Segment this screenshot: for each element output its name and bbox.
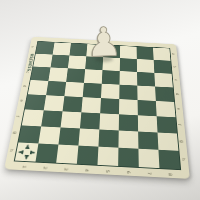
- coordinate-label: d: [22, 85, 27, 87]
- logo-pawn-icon: ♟: [17, 148, 26, 155]
- square[interactable]: [119, 114, 138, 131]
- square[interactable]: [158, 150, 180, 169]
- coordinate-label: e: [176, 108, 181, 110]
- coordinate-label: g: [12, 131, 17, 134]
- square[interactable]: [84, 69, 102, 84]
- square[interactable]: [138, 100, 157, 116]
- coordinate-label: 6: [125, 170, 130, 173]
- square[interactable]: [137, 72, 155, 87]
- square[interactable]: [158, 133, 179, 151]
- coordinate-label: 8: [167, 173, 172, 176]
- square[interactable]: [66, 68, 85, 82]
- square[interactable]: [77, 146, 99, 165]
- square[interactable]: [56, 145, 78, 164]
- square[interactable]: [97, 147, 118, 166]
- square[interactable]: [81, 97, 101, 113]
- square[interactable]: [48, 67, 67, 81]
- coordinate-label: 4: [84, 168, 89, 171]
- coordinate-label: a: [30, 46, 34, 48]
- square[interactable]: [138, 149, 159, 168]
- square[interactable]: [138, 132, 158, 150]
- coordinate-label: f: [177, 124, 182, 125]
- logo-pawn-icon: ♟: [28, 149, 37, 156]
- square[interactable]: [102, 70, 120, 85]
- square[interactable]: [78, 128, 99, 146]
- square[interactable]: [64, 82, 84, 97]
- coordinate-label: b: [172, 66, 176, 68]
- square[interactable]: [46, 81, 66, 96]
- square[interactable]: [101, 84, 120, 99]
- square[interactable]: [137, 86, 156, 101]
- square[interactable]: [138, 115, 158, 132]
- square[interactable]: [58, 127, 80, 145]
- square[interactable]: [68, 55, 86, 69]
- square[interactable]: [53, 42, 71, 55]
- square[interactable]: [137, 59, 155, 73]
- square[interactable]: [154, 73, 173, 88]
- square[interactable]: [44, 95, 65, 111]
- coordinate-label: 7: [146, 172, 151, 175]
- square[interactable]: [118, 148, 139, 167]
- coordinate-label: d: [175, 93, 179, 95]
- coordinate-label: 2: [42, 166, 47, 169]
- coordinate-label: a: [171, 53, 175, 55]
- coordinate-label: c: [173, 79, 177, 81]
- square[interactable]: [119, 99, 138, 115]
- square[interactable]: [25, 94, 46, 110]
- square[interactable]: [153, 48, 170, 61]
- square[interactable]: [83, 83, 102, 98]
- square[interactable]: [38, 126, 60, 144]
- square[interactable]: [31, 66, 51, 80]
- coordinate-label: h: [8, 149, 13, 152]
- square[interactable]: [157, 116, 177, 133]
- coordinate-label: 3: [63, 167, 68, 170]
- square[interactable]: [118, 130, 138, 148]
- photo-scene: USCHESS ♟ ♟ ♟ ♟ 12345678abcdefghabcdefgh…: [0, 0, 200, 200]
- square[interactable]: [51, 55, 70, 69]
- square[interactable]: [80, 112, 100, 129]
- square[interactable]: [61, 111, 82, 128]
- coordinate-label: c: [25, 71, 29, 73]
- four-pawn-logo: ♟ ♟ ♟ ♟: [16, 143, 37, 160]
- square[interactable]: [33, 54, 52, 68]
- square[interactable]: [155, 87, 174, 102]
- square[interactable]: [99, 113, 119, 130]
- square[interactable]: [119, 85, 137, 100]
- coordinate-label: e: [19, 100, 24, 102]
- square[interactable]: [63, 96, 83, 112]
- square[interactable]: [120, 71, 138, 86]
- square[interactable]: [154, 60, 172, 74]
- coordinate-label: 5: [105, 169, 110, 172]
- square[interactable]: [156, 101, 176, 117]
- coordinate-label: f: [15, 115, 20, 116]
- square[interactable]: [98, 129, 118, 147]
- square[interactable]: [28, 80, 49, 95]
- square[interactable]: [100, 98, 119, 114]
- white-pawn[interactable]: ♟: [83, 21, 124, 62]
- coordinate-label: b: [27, 58, 31, 60]
- square[interactable]: [137, 47, 154, 60]
- coordinate-label: h: [180, 158, 185, 161]
- coordinate-label: 1: [21, 165, 26, 168]
- square[interactable]: [41, 110, 62, 127]
- coordinate-label: g: [179, 140, 184, 143]
- square[interactable]: [36, 42, 55, 55]
- square[interactable]: [36, 143, 59, 162]
